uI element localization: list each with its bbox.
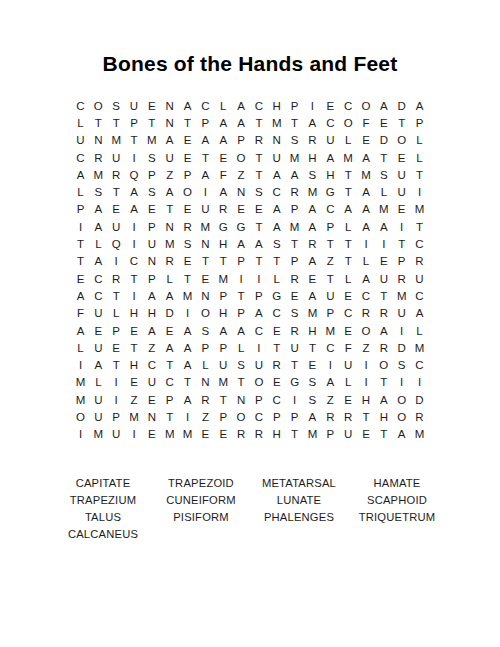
grid-cell[interactable]: I [232, 270, 250, 287]
grid-cell[interactable]: P [214, 408, 232, 425]
grid-cell[interactable]: E [232, 201, 250, 218]
grid-cell[interactable]: I [72, 218, 90, 235]
grid-cell[interactable]: M [89, 166, 107, 183]
grid-cell[interactable]: S [143, 149, 161, 166]
grid-cell[interactable]: U [339, 356, 357, 373]
grid-cell[interactable]: R [179, 218, 197, 235]
grid-cell[interactable]: E [321, 97, 339, 114]
grid-cell[interactable]: O [357, 97, 375, 114]
grid-cell[interactable]: A [357, 201, 375, 218]
grid-cell[interactable]: S [250, 183, 268, 200]
grid-cell[interactable]: P [321, 218, 339, 235]
grid-cell[interactable]: S [268, 235, 286, 252]
grid-cell[interactable]: R [196, 391, 214, 408]
grid-cell[interactable]: A [232, 114, 250, 131]
grid-cell[interactable]: I [125, 149, 143, 166]
grid-cell[interactable]: C [89, 287, 107, 304]
grid-cell[interactable]: E [393, 149, 411, 166]
grid-cell[interactable]: N [196, 287, 214, 304]
grid-cell[interactable]: T [268, 339, 286, 356]
grid-cell[interactable]: P [286, 97, 304, 114]
grid-cell[interactable]: M [339, 149, 357, 166]
grid-cell[interactable]: C [411, 235, 429, 252]
grid-cell[interactable]: P [214, 287, 232, 304]
grid-cell[interactable]: L [268, 270, 286, 287]
grid-cell[interactable]: O [250, 374, 268, 391]
grid-cell[interactable]: E [286, 287, 304, 304]
grid-cell[interactable]: T [161, 201, 179, 218]
grid-cell[interactable]: I [321, 356, 339, 373]
grid-cell[interactable]: A [214, 322, 232, 339]
grid-cell[interactable]: Z [321, 391, 339, 408]
grid-cell[interactable]: T [125, 339, 143, 356]
grid-cell[interactable]: M [393, 287, 411, 304]
grid-cell[interactable]: I [125, 235, 143, 252]
grid-cell[interactable]: R [286, 270, 304, 287]
grid-cell[interactable]: A [179, 322, 197, 339]
grid-cell[interactable]: A [304, 408, 322, 425]
grid-cell[interactable]: I [393, 374, 411, 391]
grid-cell[interactable]: E [196, 270, 214, 287]
grid-cell[interactable]: N [196, 235, 214, 252]
grid-cell[interactable]: A [232, 235, 250, 252]
grid-cell[interactable]: T [321, 270, 339, 287]
grid-cell[interactable]: C [250, 408, 268, 425]
grid-cell[interactable]: P [286, 408, 304, 425]
grid-cell[interactable]: C [250, 322, 268, 339]
grid-cell[interactable]: M [107, 132, 125, 149]
grid-cell[interactable]: P [125, 114, 143, 131]
grid-cell[interactable]: A [161, 132, 179, 149]
grid-cell[interactable]: C [357, 287, 375, 304]
grid-cell[interactable]: A [357, 183, 375, 200]
grid-cell[interactable]: I [411, 183, 429, 200]
grid-cell[interactable]: R [89, 149, 107, 166]
grid-cell[interactable]: A [125, 183, 143, 200]
grid-cell[interactable]: G [214, 218, 232, 235]
grid-cell[interactable]: A [304, 114, 322, 131]
grid-cell[interactable]: H [268, 426, 286, 443]
grid-cell[interactable]: M [375, 201, 393, 218]
grid-cell[interactable]: U [89, 408, 107, 425]
grid-cell[interactable]: A [232, 97, 250, 114]
grid-cell[interactable]: C [268, 391, 286, 408]
grid-cell[interactable]: U [161, 149, 179, 166]
grid-cell[interactable]: S [107, 97, 125, 114]
grid-cell[interactable]: L [375, 183, 393, 200]
grid-cell[interactable]: T [250, 149, 268, 166]
grid-cell[interactable]: A [196, 132, 214, 149]
grid-cell[interactable]: N [143, 408, 161, 425]
grid-cell[interactable]: S [304, 391, 322, 408]
grid-cell[interactable]: A [89, 253, 107, 270]
grid-cell[interactable]: I [357, 356, 375, 373]
grid-cell[interactable]: P [321, 426, 339, 443]
grid-cell[interactable]: Z [232, 166, 250, 183]
grid-cell[interactable]: T [339, 235, 357, 252]
grid-cell[interactable]: O [89, 97, 107, 114]
grid-cell[interactable]: R [268, 356, 286, 373]
grid-cell[interactable]: E [107, 201, 125, 218]
grid-cell[interactable]: A [161, 287, 179, 304]
grid-cell[interactable]: M [304, 305, 322, 322]
grid-cell[interactable]: S [89, 183, 107, 200]
grid-cell[interactable]: A [196, 166, 214, 183]
grid-cell[interactable]: A [179, 356, 197, 373]
grid-cell[interactable]: P [196, 339, 214, 356]
grid-cell[interactable]: P [250, 391, 268, 408]
grid-cell[interactable]: A [161, 183, 179, 200]
grid-cell[interactable]: A [89, 218, 107, 235]
grid-cell[interactable]: I [179, 408, 197, 425]
grid-cell[interactable]: T [375, 374, 393, 391]
grid-cell[interactable]: A [250, 305, 268, 322]
grid-cell[interactable]: P [143, 166, 161, 183]
grid-cell[interactable]: E [339, 391, 357, 408]
grid-cell[interactable]: U [107, 218, 125, 235]
grid-cell[interactable]: P [179, 166, 197, 183]
grid-cell[interactable]: F [357, 114, 375, 131]
grid-cell[interactable]: T [179, 114, 197, 131]
grid-cell[interactable]: T [250, 114, 268, 131]
grid-cell[interactable]: E [268, 322, 286, 339]
grid-cell[interactable]: T [321, 235, 339, 252]
grid-cell[interactable]: M [179, 287, 197, 304]
grid-cell[interactable]: A [89, 201, 107, 218]
grid-cell[interactable]: I [107, 374, 125, 391]
grid-cell[interactable]: I [393, 218, 411, 235]
grid-cell[interactable]: E [89, 322, 107, 339]
grid-cell[interactable]: O [196, 305, 214, 322]
grid-cell[interactable]: T [304, 339, 322, 356]
grid-cell[interactable]: T [375, 287, 393, 304]
grid-cell[interactable]: T [125, 270, 143, 287]
grid-cell[interactable]: E [304, 270, 322, 287]
grid-cell[interactable]: A [357, 218, 375, 235]
grid-cell[interactable]: M [161, 235, 179, 252]
grid-cell[interactable]: A [304, 253, 322, 270]
grid-cell[interactable]: E [196, 426, 214, 443]
grid-cell[interactable]: E [143, 426, 161, 443]
grid-cell[interactable]: R [304, 132, 322, 149]
grid-cell[interactable]: T [161, 408, 179, 425]
grid-cell[interactable]: D [161, 305, 179, 322]
grid-cell[interactable]: R [232, 426, 250, 443]
grid-cell[interactable]: E [214, 149, 232, 166]
grid-cell[interactable]: T [357, 408, 375, 425]
grid-cell[interactable]: L [214, 97, 232, 114]
grid-cell[interactable]: D [393, 97, 411, 114]
grid-cell[interactable]: M [286, 149, 304, 166]
grid-cell[interactable]: A [125, 201, 143, 218]
grid-cell[interactable]: N [268, 132, 286, 149]
grid-cell[interactable]: F [214, 166, 232, 183]
grid-cell[interactable]: M [321, 322, 339, 339]
grid-cell[interactable]: T [143, 114, 161, 131]
grid-cell[interactable]: U [143, 235, 161, 252]
grid-cell[interactable]: P [196, 114, 214, 131]
grid-cell[interactable]: A [304, 201, 322, 218]
grid-cell[interactable]: T [107, 287, 125, 304]
grid-cell[interactable]: L [411, 149, 429, 166]
grid-cell[interactable]: P [232, 253, 250, 270]
grid-cell[interactable]: M [72, 374, 90, 391]
grid-cell[interactable]: T [125, 132, 143, 149]
grid-cell[interactable]: O [72, 408, 90, 425]
grid-cell[interactable]: I [304, 97, 322, 114]
grid-cell[interactable]: Z [143, 339, 161, 356]
grid-cell[interactable]: R [107, 166, 125, 183]
grid-cell[interactable]: L [411, 322, 429, 339]
grid-cell[interactable]: O [179, 183, 197, 200]
grid-cell[interactable]: I [179, 305, 197, 322]
grid-cell[interactable]: C [72, 97, 90, 114]
grid-cell[interactable]: E [125, 322, 143, 339]
grid-cell[interactable]: P [107, 322, 125, 339]
grid-cell[interactable]: A [321, 149, 339, 166]
grid-cell[interactable]: C [143, 356, 161, 373]
grid-cell[interactable]: E [214, 426, 232, 443]
grid-cell[interactable]: S [179, 235, 197, 252]
grid-cell[interactable]: H [125, 356, 143, 373]
grid-cell[interactable]: E [304, 356, 322, 373]
grid-cell[interactable]: T [339, 253, 357, 270]
grid-cell[interactable]: E [375, 253, 393, 270]
grid-cell[interactable]: A [286, 166, 304, 183]
grid-cell[interactable]: R [107, 270, 125, 287]
grid-cell[interactable]: M [72, 391, 90, 408]
grid-cell[interactable]: S [143, 183, 161, 200]
grid-cell[interactable]: H [304, 322, 322, 339]
grid-cell[interactable]: I [107, 391, 125, 408]
grid-cell[interactable]: U [214, 356, 232, 373]
grid-cell[interactable]: E [179, 253, 197, 270]
grid-cell[interactable]: L [72, 183, 90, 200]
grid-cell[interactable]: M [89, 426, 107, 443]
grid-cell[interactable]: E [179, 149, 197, 166]
grid-cell[interactable]: A [411, 305, 429, 322]
grid-cell[interactable]: T [250, 253, 268, 270]
grid-cell[interactable]: T [286, 235, 304, 252]
grid-cell[interactable]: A [143, 322, 161, 339]
grid-cell[interactable]: R [161, 253, 179, 270]
grid-cell[interactable]: S [286, 305, 304, 322]
grid-cell[interactable]: U [268, 149, 286, 166]
grid-cell[interactable]: M [357, 166, 375, 183]
grid-cell[interactable]: R [304, 235, 322, 252]
grid-cell[interactable]: A [304, 218, 322, 235]
grid-cell[interactable]: A [375, 97, 393, 114]
grid-cell[interactable]: U [143, 374, 161, 391]
grid-cell[interactable]: T [411, 166, 429, 183]
grid-cell[interactable]: A [179, 391, 197, 408]
grid-cell[interactable]: T [286, 114, 304, 131]
grid-cell[interactable]: E [339, 322, 357, 339]
grid-cell[interactable]: M [214, 374, 232, 391]
grid-cell[interactable]: U [89, 391, 107, 408]
grid-cell[interactable]: T [72, 235, 90, 252]
grid-cell[interactable]: H [357, 391, 375, 408]
grid-cell[interactable]: O [393, 132, 411, 149]
grid-cell[interactable]: I [411, 374, 429, 391]
grid-cell[interactable]: T [89, 114, 107, 131]
grid-cell[interactable]: T [393, 235, 411, 252]
grid-cell[interactable]: E [250, 201, 268, 218]
grid-cell[interactable]: L [339, 270, 357, 287]
grid-cell[interactable]: C [268, 183, 286, 200]
grid-cell[interactable]: I [72, 356, 90, 373]
grid-cell[interactable]: C [250, 97, 268, 114]
grid-cell[interactable]: H [304, 149, 322, 166]
grid-cell[interactable]: S [232, 356, 250, 373]
grid-cell[interactable]: P [250, 287, 268, 304]
grid-cell[interactable]: N [196, 374, 214, 391]
grid-cell[interactable]: P [72, 201, 90, 218]
grid-cell[interactable]: S [304, 374, 322, 391]
grid-cell[interactable]: T [250, 218, 268, 235]
grid-cell[interactable]: M [411, 339, 429, 356]
grid-cell[interactable]: L [339, 218, 357, 235]
grid-cell[interactable]: T [268, 253, 286, 270]
grid-cell[interactable]: C [125, 253, 143, 270]
grid-cell[interactable]: I [125, 426, 143, 443]
grid-cell[interactable]: S [286, 132, 304, 149]
grid-cell[interactable]: M [161, 426, 179, 443]
grid-cell[interactable]: P [286, 253, 304, 270]
grid-cell[interactable]: A [143, 287, 161, 304]
grid-cell[interactable]: C [268, 305, 286, 322]
grid-cell[interactable]: C [89, 270, 107, 287]
grid-cell[interactable]: T [232, 287, 250, 304]
grid-cell[interactable]: C [321, 201, 339, 218]
grid-cell[interactable]: U [125, 97, 143, 114]
grid-cell[interactable]: E [268, 374, 286, 391]
grid-cell[interactable]: A [179, 339, 197, 356]
grid-cell[interactable]: L [357, 253, 375, 270]
grid-cell[interactable]: A [321, 374, 339, 391]
grid-cell[interactable]: T [179, 270, 197, 287]
grid-cell[interactable]: O [375, 356, 393, 373]
grid-cell[interactable]: A [161, 339, 179, 356]
grid-cell[interactable]: A [304, 287, 322, 304]
grid-cell[interactable]: L [72, 114, 90, 131]
grid-cell[interactable]: R [250, 132, 268, 149]
grid-cell[interactable]: I [72, 426, 90, 443]
grid-cell[interactable]: P [232, 305, 250, 322]
grid-cell[interactable]: A [89, 356, 107, 373]
grid-cell[interactable]: I [250, 270, 268, 287]
grid-cell[interactable]: A [214, 183, 232, 200]
grid-cell[interactable]: A [375, 391, 393, 408]
grid-cell[interactable]: P [214, 339, 232, 356]
grid-cell[interactable]: N [161, 218, 179, 235]
grid-cell[interactable]: U [286, 339, 304, 356]
grid-cell[interactable]: T [107, 356, 125, 373]
grid-cell[interactable]: M [125, 408, 143, 425]
grid-cell[interactable]: T [286, 426, 304, 443]
grid-cell[interactable]: N [161, 97, 179, 114]
grid-cell[interactable]: N [89, 132, 107, 149]
grid-cell[interactable]: A [268, 201, 286, 218]
grid-cell[interactable]: Q [125, 166, 143, 183]
grid-cell[interactable]: M [214, 270, 232, 287]
grid-cell[interactable]: Z [321, 253, 339, 270]
grid-cell[interactable]: M [196, 218, 214, 235]
grid-cell[interactable]: I [357, 235, 375, 252]
grid-cell[interactable]: I [125, 287, 143, 304]
grid-cell[interactable]: I [286, 391, 304, 408]
grid-cell[interactable]: Z [196, 408, 214, 425]
grid-cell[interactable]: E [179, 132, 197, 149]
grid-cell[interactable]: A [72, 322, 90, 339]
grid-cell[interactable]: M [304, 426, 322, 443]
grid-cell[interactable]: T [72, 253, 90, 270]
grid-cell[interactable]: E [107, 339, 125, 356]
grid-cell[interactable]: P [286, 201, 304, 218]
grid-cell[interactable]: L [72, 339, 90, 356]
grid-cell[interactable]: M [411, 201, 429, 218]
grid-cell[interactable]: P [107, 408, 125, 425]
grid-cell[interactable]: L [89, 235, 107, 252]
grid-cell[interactable]: I [125, 218, 143, 235]
grid-cell[interactable]: U [196, 201, 214, 218]
grid-cell[interactable]: P [232, 132, 250, 149]
grid-cell[interactable]: N [161, 114, 179, 131]
grid-cell[interactable]: T [250, 166, 268, 183]
grid-cell[interactable]: G [286, 374, 304, 391]
grid-cell[interactable]: A [268, 166, 286, 183]
grid-cell[interactable]: E [143, 391, 161, 408]
grid-cell[interactable]: A [393, 426, 411, 443]
grid-cell[interactable]: P [411, 114, 429, 131]
grid-cell[interactable]: R [321, 408, 339, 425]
grid-cell[interactable]: R [393, 270, 411, 287]
grid-cell[interactable]: U [393, 166, 411, 183]
grid-cell[interactable]: H [214, 305, 232, 322]
grid-cell[interactable]: N [232, 183, 250, 200]
grid-cell[interactable]: T [214, 391, 232, 408]
grid-cell[interactable]: L [89, 374, 107, 391]
grid-cell[interactable]: A [268, 218, 286, 235]
grid-cell[interactable]: G [268, 287, 286, 304]
grid-cell[interactable]: A [357, 270, 375, 287]
grid-cell[interactable]: D [393, 339, 411, 356]
grid-cell[interactable]: T [339, 166, 357, 183]
grid-cell[interactable]: A [375, 322, 393, 339]
grid-cell[interactable]: C [321, 339, 339, 356]
grid-cell[interactable]: A [250, 235, 268, 252]
grid-cell[interactable]: A [72, 166, 90, 183]
grid-cell[interactable]: F [72, 305, 90, 322]
grid-cell[interactable]: T [161, 356, 179, 373]
grid-cell[interactable]: O [232, 408, 250, 425]
grid-cell[interactable]: O [232, 149, 250, 166]
grid-cell[interactable]: Z [161, 166, 179, 183]
grid-cell[interactable]: E [143, 97, 161, 114]
grid-cell[interactable]: P [268, 408, 286, 425]
grid-cell[interactable]: R [411, 253, 429, 270]
grid-cell[interactable]: E [339, 287, 357, 304]
grid-cell[interactable]: S [375, 166, 393, 183]
grid-cell[interactable]: F [339, 339, 357, 356]
grid-cell[interactable]: M [286, 218, 304, 235]
grid-cell[interactable]: E [161, 322, 179, 339]
grid-cell[interactable]: A [411, 97, 429, 114]
grid-cell[interactable]: P [393, 253, 411, 270]
grid-cell[interactable]: P [161, 391, 179, 408]
grid-cell[interactable]: U [89, 305, 107, 322]
grid-cell[interactable]: U [375, 270, 393, 287]
